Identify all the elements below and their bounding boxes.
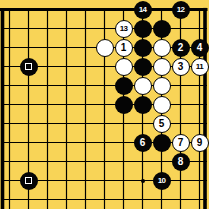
black-stone — [153, 134, 171, 152]
intersection — [76, 57, 95, 76]
black-stone — [134, 96, 152, 114]
black-stone: 12 — [172, 1, 190, 19]
intersection — [76, 133, 95, 152]
intersection — [38, 190, 57, 209]
intersection — [114, 171, 133, 190]
intersection — [95, 133, 114, 152]
intersection — [0, 114, 19, 133]
black-stone — [134, 20, 152, 38]
white-stone — [134, 77, 152, 95]
intersection — [57, 95, 76, 114]
black-stone — [134, 39, 152, 57]
intersection — [57, 57, 76, 76]
intersection — [76, 38, 95, 57]
intersection — [95, 38, 114, 57]
intersection — [133, 171, 152, 190]
intersection: 13 — [114, 19, 133, 38]
intersection — [95, 57, 114, 76]
intersection — [190, 171, 209, 190]
intersection — [133, 57, 152, 76]
intersection — [133, 152, 152, 171]
black-stone: 4 — [191, 39, 209, 57]
intersection — [171, 114, 190, 133]
intersection — [152, 0, 171, 19]
intersection — [19, 152, 38, 171]
intersection: 7 — [171, 133, 190, 152]
intersection — [19, 19, 38, 38]
intersection — [19, 76, 38, 95]
move-number: 4 — [197, 43, 203, 53]
move-number: 10 — [158, 177, 166, 185]
intersection — [76, 114, 95, 133]
intersection — [57, 114, 76, 133]
intersection — [190, 19, 209, 38]
intersection: 11 — [190, 57, 209, 76]
intersection — [38, 76, 57, 95]
intersection — [19, 171, 38, 190]
intersection — [38, 133, 57, 152]
move-number: 8 — [178, 157, 184, 167]
intersection — [38, 0, 57, 19]
intersection — [152, 38, 171, 57]
intersection — [133, 190, 152, 209]
intersection — [57, 38, 76, 57]
black-stone — [115, 77, 133, 95]
intersection — [152, 76, 171, 95]
move-number: 14 — [139, 6, 147, 14]
intersection — [190, 190, 209, 209]
intersection — [152, 57, 171, 76]
intersection — [190, 152, 209, 171]
square-mark — [25, 63, 32, 70]
intersection — [133, 76, 152, 95]
intersection — [57, 152, 76, 171]
intersection — [0, 152, 19, 171]
intersection — [38, 152, 57, 171]
white-stone: 3 — [172, 58, 190, 76]
intersection: 1 — [114, 38, 133, 57]
white-stone — [153, 77, 171, 95]
black-stone: 6 — [134, 134, 152, 152]
intersection — [76, 0, 95, 19]
intersection — [57, 76, 76, 95]
intersection — [38, 171, 57, 190]
move-number: 13 — [120, 25, 128, 33]
square-mark — [25, 177, 32, 184]
intersection — [19, 0, 38, 19]
intersection — [114, 133, 133, 152]
intersection — [95, 76, 114, 95]
white-stone: 7 — [172, 134, 190, 152]
go-board-grid: 1412131243115679810 — [0, 0, 209, 209]
go-board: 1412131243115679810 — [0, 0, 209, 209]
move-number: 3 — [178, 62, 184, 72]
intersection — [133, 95, 152, 114]
intersection — [0, 19, 19, 38]
intersection — [38, 38, 57, 57]
white-stone: 5 — [153, 115, 171, 133]
white-stone — [153, 39, 171, 57]
intersection — [19, 95, 38, 114]
intersection: 9 — [190, 133, 209, 152]
intersection — [190, 0, 209, 19]
intersection — [95, 190, 114, 209]
intersection — [57, 190, 76, 209]
move-number: 12 — [177, 6, 185, 14]
intersection — [152, 152, 171, 171]
intersection: 6 — [133, 133, 152, 152]
move-number: 11 — [196, 63, 203, 71]
intersection — [95, 0, 114, 19]
intersection — [133, 19, 152, 38]
intersection: 3 — [171, 57, 190, 76]
intersection — [76, 152, 95, 171]
intersection — [38, 57, 57, 76]
intersection — [76, 171, 95, 190]
white-stone — [115, 58, 133, 76]
move-number: 6 — [140, 138, 146, 148]
intersection: 5 — [152, 114, 171, 133]
move-number: 9 — [197, 138, 203, 148]
intersection — [76, 19, 95, 38]
intersection — [114, 57, 133, 76]
white-stone: 13 — [115, 20, 133, 38]
intersection — [133, 38, 152, 57]
intersection — [114, 76, 133, 95]
intersection — [152, 190, 171, 209]
move-number: 2 — [178, 43, 184, 53]
intersection — [114, 114, 133, 133]
intersection — [171, 190, 190, 209]
intersection — [114, 190, 133, 209]
black-stone — [20, 58, 38, 76]
intersection — [171, 95, 190, 114]
intersection — [152, 19, 171, 38]
intersection: 2 — [171, 38, 190, 57]
black-stone: 10 — [153, 172, 171, 190]
black-stone: 8 — [172, 153, 190, 171]
intersection — [57, 133, 76, 152]
intersection — [76, 76, 95, 95]
intersection — [171, 19, 190, 38]
move-number: 1 — [121, 43, 127, 53]
black-stone — [153, 20, 171, 38]
intersection — [95, 171, 114, 190]
intersection — [95, 152, 114, 171]
white-stone — [153, 58, 171, 76]
intersection — [38, 114, 57, 133]
move-number: 7 — [178, 138, 184, 148]
intersection — [19, 190, 38, 209]
intersection — [19, 114, 38, 133]
intersection — [19, 133, 38, 152]
hoshi-dot — [141, 179, 145, 183]
intersection — [190, 114, 209, 133]
intersection — [190, 76, 209, 95]
intersection — [95, 95, 114, 114]
intersection: 12 — [171, 0, 190, 19]
intersection — [38, 19, 57, 38]
intersection — [57, 171, 76, 190]
move-number: 5 — [159, 119, 165, 129]
intersection — [95, 114, 114, 133]
intersection: 4 — [190, 38, 209, 57]
intersection — [19, 57, 38, 76]
intersection — [0, 57, 19, 76]
intersection — [0, 171, 19, 190]
intersection — [76, 190, 95, 209]
intersection — [114, 95, 133, 114]
intersection — [152, 133, 171, 152]
black-stone — [115, 96, 133, 114]
intersection — [171, 171, 190, 190]
black-stone — [20, 172, 38, 190]
black-stone: 2 — [172, 39, 190, 57]
intersection — [57, 19, 76, 38]
intersection — [95, 19, 114, 38]
intersection — [171, 76, 190, 95]
intersection: 14 — [133, 0, 152, 19]
intersection — [190, 95, 209, 114]
intersection — [57, 0, 76, 19]
intersection — [76, 95, 95, 114]
white-stone — [96, 39, 114, 57]
intersection: 10 — [152, 171, 171, 190]
intersection — [114, 152, 133, 171]
intersection: 8 — [171, 152, 190, 171]
intersection — [0, 76, 19, 95]
white-stone: 9 — [191, 134, 209, 152]
intersection — [0, 95, 19, 114]
intersection — [19, 38, 38, 57]
white-stone — [153, 96, 171, 114]
intersection — [114, 0, 133, 19]
intersection — [38, 95, 57, 114]
intersection — [0, 133, 19, 152]
black-stone — [134, 58, 152, 76]
intersection — [133, 114, 152, 133]
intersection — [0, 0, 19, 19]
white-stone: 11 — [191, 58, 209, 76]
intersection — [0, 38, 19, 57]
white-stone: 1 — [115, 39, 133, 57]
intersection — [0, 190, 19, 209]
intersection — [152, 95, 171, 114]
black-stone: 14 — [134, 1, 152, 19]
